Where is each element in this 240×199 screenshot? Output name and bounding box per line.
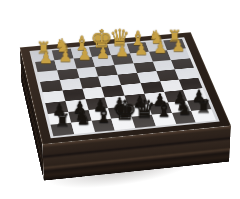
chess-board: ♜♞♝♚♛♝♞♜♟♟♟♟♟♟♟♟♟♟♟♟♟♟♟♟♜♞♝♚♛♝♞♜	[33, 39, 216, 136]
square	[62, 89, 85, 101]
board-silver-frame: ♜♞♝♚♛♝♞♜♟♟♟♟♟♟♟♟♟♟♟♟♟♟♟♟♜♞♝♚♛♝♞♜	[29, 37, 219, 138]
square: ♛	[132, 115, 156, 128]
square: ♞	[71, 121, 95, 134]
gold-king: ♚	[91, 26, 110, 51]
gold-knight: ♞	[53, 36, 72, 54]
product-photo: ♜♞♝♚♛♝♞♜♟♟♟♟♟♟♟♟♟♟♟♟♟♟♟♟♜♞♝♚♛♝♞♜	[0, 0, 240, 199]
gold-bishop: ♝	[128, 29, 147, 48]
gold-bishop: ♝	[72, 33, 91, 52]
gold-queen: ♛	[109, 26, 128, 49]
square	[38, 70, 60, 82]
chess-set-scene: ♜♞♝♚♛♝♞♜♟♟♟♟♟♟♟♟♟♟♟♟♟♟♟♟♜♞♝♚♛♝♞♜	[30, 0, 212, 176]
square: ♜	[51, 123, 74, 136]
chess-box-top: ♜♞♝♚♛♝♞♜♟♟♟♟♟♟♟♟♟♟♟♟♟♟♟♟♜♞♝♚♛♝♞♜	[20, 32, 231, 144]
gold-rook: ♜	[165, 28, 184, 44]
gold-knight: ♞	[147, 28, 166, 46]
gold-rook: ♜	[34, 40, 53, 56]
square: ♟	[187, 99, 211, 112]
square	[179, 78, 202, 90]
square: ♜	[192, 109, 216, 122]
square: ♚	[112, 117, 136, 130]
square	[183, 88, 207, 100]
